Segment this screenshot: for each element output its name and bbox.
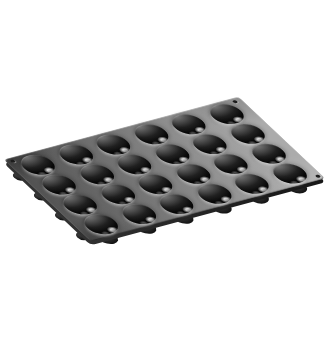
baking-mold <box>4 97 326 242</box>
product-photo <box>0 0 334 351</box>
